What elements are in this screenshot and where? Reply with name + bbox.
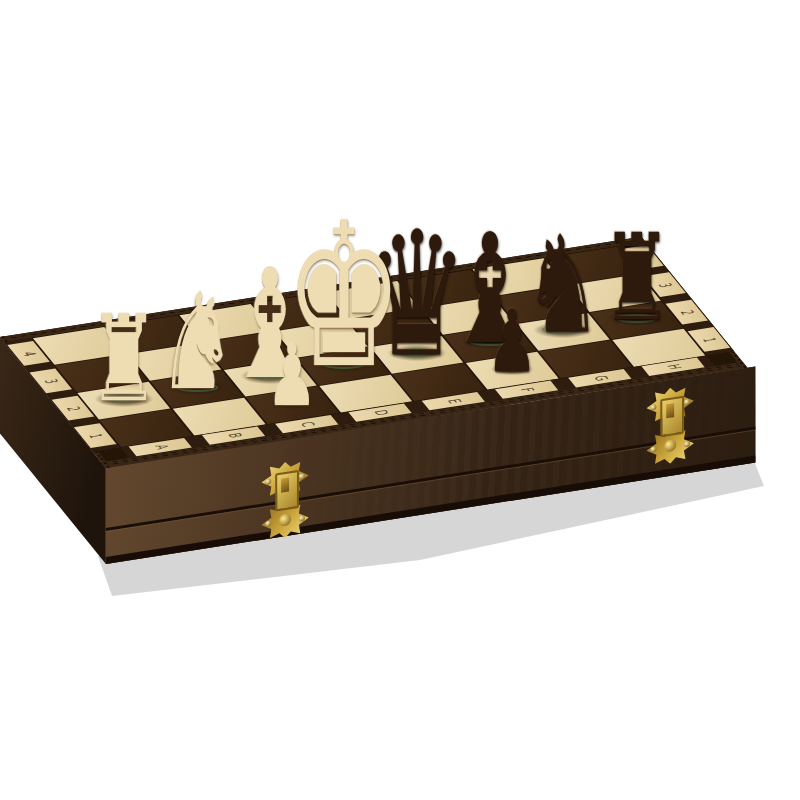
black-pawn-f1: ♟ bbox=[474, 298, 551, 384]
latch-hasp-slot bbox=[666, 403, 674, 418]
latch-screw-icon bbox=[299, 473, 305, 480]
latch-screw-icon bbox=[684, 399, 690, 406]
latch-left bbox=[261, 458, 309, 543]
white-pawn-c1: ♟ bbox=[254, 332, 331, 418]
scene: ABCDEFGH 4321 4321 ♜♞♝♟♚♛♝♟♞♜ bbox=[0, 0, 800, 800]
latch-right bbox=[646, 384, 694, 469]
latch-hasp-slot bbox=[281, 477, 289, 492]
box-bottom-edge bbox=[106, 455, 755, 564]
white-rook-a2: ♜ bbox=[70, 299, 178, 419]
